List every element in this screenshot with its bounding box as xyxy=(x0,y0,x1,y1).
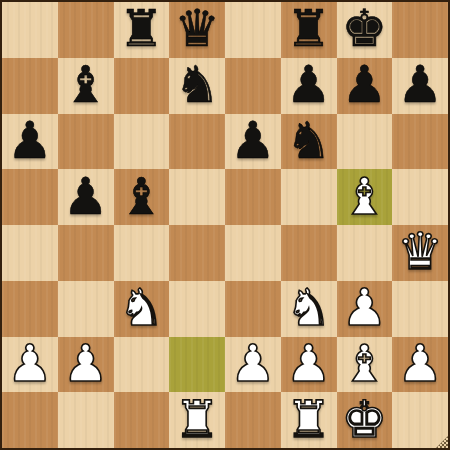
square-g7[interactable]: ♟ xyxy=(337,58,393,114)
piece-black-bishop[interactable]: ♝ xyxy=(63,59,109,110)
square-d4[interactable] xyxy=(169,225,225,281)
piece-black-pawn[interactable]: ♟ xyxy=(7,115,53,166)
piece-black-pawn[interactable]: ♟ xyxy=(63,171,109,222)
square-a5[interactable] xyxy=(2,169,58,225)
piece-black-knight[interactable]: ♞ xyxy=(174,59,220,110)
piece-white-bishop[interactable]: ♝ xyxy=(342,171,388,222)
chess-board-container: ♜♛♜♚♝♞♟♟♟♟♟♞♟♝♝♛♞♞♟♟♟♟♟♝♟♜♜♚ xyxy=(0,0,450,450)
square-h1[interactable] xyxy=(392,392,448,448)
piece-white-pawn[interactable]: ♟ xyxy=(230,338,276,389)
square-d6[interactable] xyxy=(169,114,225,170)
square-e6[interactable]: ♟ xyxy=(225,114,281,170)
square-h3[interactable] xyxy=(392,281,448,337)
square-a1[interactable] xyxy=(2,392,58,448)
square-h5[interactable] xyxy=(392,169,448,225)
piece-black-rook[interactable]: ♜ xyxy=(119,3,165,54)
square-c1[interactable] xyxy=(114,392,170,448)
piece-white-king[interactable]: ♚ xyxy=(342,394,388,445)
square-h7[interactable]: ♟ xyxy=(392,58,448,114)
square-d5[interactable] xyxy=(169,169,225,225)
piece-black-king[interactable]: ♚ xyxy=(342,3,388,54)
square-h4[interactable]: ♛ xyxy=(392,225,448,281)
square-c4[interactable] xyxy=(114,225,170,281)
piece-white-knight[interactable]: ♞ xyxy=(286,282,332,333)
square-e3[interactable] xyxy=(225,281,281,337)
square-g2[interactable]: ♝ xyxy=(337,337,393,393)
piece-white-rook[interactable]: ♜ xyxy=(174,394,220,445)
square-c8[interactable]: ♜ xyxy=(114,2,170,58)
square-c3[interactable]: ♞ xyxy=(114,281,170,337)
square-d7[interactable]: ♞ xyxy=(169,58,225,114)
square-b2[interactable]: ♟ xyxy=(58,337,114,393)
square-b4[interactable] xyxy=(58,225,114,281)
square-e4[interactable] xyxy=(225,225,281,281)
piece-white-pawn[interactable]: ♟ xyxy=(342,282,388,333)
square-h6[interactable] xyxy=(392,114,448,170)
square-f5[interactable] xyxy=(281,169,337,225)
piece-white-rook[interactable]: ♜ xyxy=(286,394,332,445)
square-g5[interactable]: ♝ xyxy=(337,169,393,225)
square-c2[interactable] xyxy=(114,337,170,393)
square-c6[interactable] xyxy=(114,114,170,170)
square-a2[interactable]: ♟ xyxy=(2,337,58,393)
square-g4[interactable] xyxy=(337,225,393,281)
piece-white-pawn[interactable]: ♟ xyxy=(63,338,109,389)
piece-white-pawn[interactable]: ♟ xyxy=(7,338,53,389)
square-g3[interactable]: ♟ xyxy=(337,281,393,337)
square-h8[interactable] xyxy=(392,2,448,58)
square-f3[interactable]: ♞ xyxy=(281,281,337,337)
square-e8[interactable] xyxy=(225,2,281,58)
piece-white-queen[interactable]: ♛ xyxy=(397,226,443,277)
square-a3[interactable] xyxy=(2,281,58,337)
piece-black-bishop[interactable]: ♝ xyxy=(119,171,165,222)
square-f4[interactable] xyxy=(281,225,337,281)
square-f2[interactable]: ♟ xyxy=(281,337,337,393)
square-e5[interactable] xyxy=(225,169,281,225)
piece-black-pawn[interactable]: ♟ xyxy=(397,59,443,110)
square-b5[interactable]: ♟ xyxy=(58,169,114,225)
piece-white-pawn[interactable]: ♟ xyxy=(397,338,443,389)
square-g8[interactable]: ♚ xyxy=(337,2,393,58)
chess-board: ♜♛♜♚♝♞♟♟♟♟♟♞♟♝♝♛♞♞♟♟♟♟♟♝♟♜♜♚ xyxy=(0,0,450,450)
square-a8[interactable] xyxy=(2,2,58,58)
piece-white-knight[interactable]: ♞ xyxy=(119,282,165,333)
square-e1[interactable] xyxy=(225,392,281,448)
square-f1[interactable]: ♜ xyxy=(281,392,337,448)
square-c5[interactable]: ♝ xyxy=(114,169,170,225)
square-b7[interactable]: ♝ xyxy=(58,58,114,114)
square-e2[interactable]: ♟ xyxy=(225,337,281,393)
piece-white-pawn[interactable]: ♟ xyxy=(286,338,332,389)
square-b8[interactable] xyxy=(58,2,114,58)
square-b3[interactable] xyxy=(58,281,114,337)
piece-black-knight[interactable]: ♞ xyxy=(286,115,332,166)
square-b6[interactable] xyxy=(58,114,114,170)
square-d3[interactable] xyxy=(169,281,225,337)
square-f6[interactable]: ♞ xyxy=(281,114,337,170)
square-h2[interactable]: ♟ xyxy=(392,337,448,393)
square-d8[interactable]: ♛ xyxy=(169,2,225,58)
square-d1[interactable]: ♜ xyxy=(169,392,225,448)
square-a6[interactable]: ♟ xyxy=(2,114,58,170)
square-b1[interactable] xyxy=(58,392,114,448)
square-a4[interactable] xyxy=(2,225,58,281)
square-g6[interactable] xyxy=(337,114,393,170)
square-c7[interactable] xyxy=(114,58,170,114)
piece-black-queen[interactable]: ♛ xyxy=(174,3,220,54)
piece-white-bishop[interactable]: ♝ xyxy=(342,338,388,389)
piece-black-pawn[interactable]: ♟ xyxy=(286,59,332,110)
square-a7[interactable] xyxy=(2,58,58,114)
piece-black-pawn[interactable]: ♟ xyxy=(342,59,388,110)
square-f8[interactable]: ♜ xyxy=(281,2,337,58)
square-e7[interactable] xyxy=(225,58,281,114)
square-f7[interactable]: ♟ xyxy=(281,58,337,114)
square-d2[interactable] xyxy=(169,337,225,393)
piece-black-rook[interactable]: ♜ xyxy=(286,3,332,54)
square-g1[interactable]: ♚ xyxy=(337,392,393,448)
piece-black-pawn[interactable]: ♟ xyxy=(230,115,276,166)
